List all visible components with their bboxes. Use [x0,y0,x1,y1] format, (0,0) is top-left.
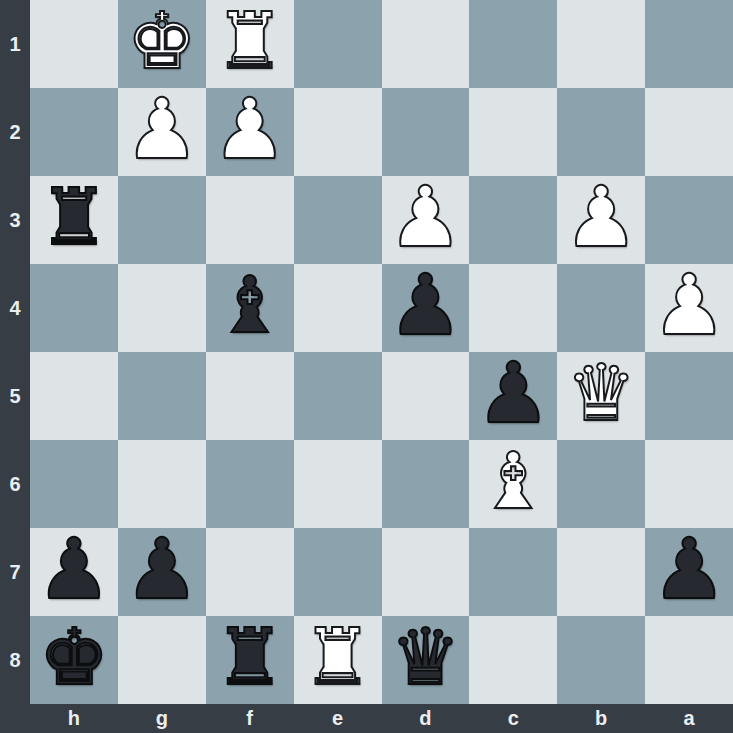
chess-board: ♚♜♟♟♜♟♟♝♟♟♟♛♝♟♟♟♚♜♜♛ [30,0,733,704]
square-e2[interactable] [294,88,382,176]
piece-white-pawn-b3[interactable]: ♟ [564,173,639,261]
square-b4[interactable] [557,264,645,352]
rank-label-1: 1 [0,0,30,88]
file-label-d: d [382,704,470,733]
square-c2[interactable] [469,88,557,176]
square-g3[interactable] [118,176,206,264]
rank-label-5: 5 [0,352,30,440]
square-f5[interactable] [206,352,294,440]
square-f8[interactable]: ♜ [206,616,294,704]
piece-black-queen-d8[interactable]: ♛ [390,613,460,701]
square-d2[interactable] [382,88,470,176]
piece-black-pawn-g7[interactable]: ♟ [124,525,199,613]
piece-black-king-h8[interactable]: ♚ [39,613,109,701]
square-a2[interactable] [645,88,733,176]
square-h8[interactable]: ♚ [30,616,118,704]
file-label-h: h [30,704,118,733]
piece-white-pawn-f2[interactable]: ♟ [212,85,287,173]
square-d8[interactable]: ♛ [382,616,470,704]
piece-white-bishop-c6[interactable]: ♝ [478,437,548,525]
square-a3[interactable] [645,176,733,264]
piece-white-king-g1[interactable]: ♚ [127,0,197,85]
square-c6[interactable]: ♝ [469,440,557,528]
rank-label-2: 2 [0,88,30,176]
square-b2[interactable] [557,88,645,176]
square-f6[interactable] [206,440,294,528]
square-d3[interactable]: ♟ [382,176,470,264]
square-g4[interactable] [118,264,206,352]
square-h4[interactable] [30,264,118,352]
piece-white-rook-e8[interactable]: ♜ [303,613,373,701]
square-h5[interactable] [30,352,118,440]
piece-white-pawn-a4[interactable]: ♟ [651,261,726,349]
piece-black-rook-h3[interactable]: ♜ [39,173,109,261]
square-h2[interactable] [30,88,118,176]
square-h6[interactable] [30,440,118,528]
rank-labels: 12345678 [0,0,30,704]
piece-black-bishop-f4[interactable]: ♝ [215,261,285,349]
square-a8[interactable] [645,616,733,704]
square-b6[interactable] [557,440,645,528]
chess-app: 12345678 ♚♜♟♟♜♟♟♝♟♟♟♛♝♟♟♟♚♜♜♛ hgfedcba [0,0,733,733]
square-g7[interactable]: ♟ [118,528,206,616]
piece-white-pawn-d3[interactable]: ♟ [388,173,463,261]
square-c5[interactable]: ♟ [469,352,557,440]
piece-white-queen-b5[interactable]: ♛ [566,349,636,437]
piece-white-pawn-g2[interactable]: ♟ [124,85,199,173]
rank-label-8: 8 [0,616,30,704]
square-c3[interactable] [469,176,557,264]
rank-label-4: 4 [0,264,30,352]
file-label-c: c [469,704,557,733]
square-f4[interactable]: ♝ [206,264,294,352]
piece-black-pawn-a7[interactable]: ♟ [651,525,726,613]
square-e6[interactable] [294,440,382,528]
file-label-b: b [557,704,645,733]
square-h1[interactable] [30,0,118,88]
square-e3[interactable] [294,176,382,264]
square-c1[interactable] [469,0,557,88]
square-b8[interactable] [557,616,645,704]
piece-white-rook-f1[interactable]: ♜ [215,0,285,85]
file-label-f: f [206,704,294,733]
square-c8[interactable] [469,616,557,704]
file-label-g: g [118,704,206,733]
square-e5[interactable] [294,352,382,440]
piece-black-rook-f8[interactable]: ♜ [215,613,285,701]
square-a6[interactable] [645,440,733,528]
square-c4[interactable] [469,264,557,352]
square-a7[interactable]: ♟ [645,528,733,616]
file-labels: hgfedcba [30,704,733,733]
piece-black-pawn-d4[interactable]: ♟ [388,261,463,349]
square-e1[interactable] [294,0,382,88]
square-a1[interactable] [645,0,733,88]
rank-label-3: 3 [0,176,30,264]
square-a4[interactable]: ♟ [645,264,733,352]
file-label-e: e [294,704,382,733]
square-f7[interactable] [206,528,294,616]
piece-black-pawn-c5[interactable]: ♟ [476,349,551,437]
square-b3[interactable]: ♟ [557,176,645,264]
square-b5[interactable]: ♛ [557,352,645,440]
square-e7[interactable] [294,528,382,616]
square-g6[interactable] [118,440,206,528]
square-e8[interactable]: ♜ [294,616,382,704]
file-label-a: a [645,704,733,733]
square-e4[interactable] [294,264,382,352]
square-g5[interactable] [118,352,206,440]
square-f2[interactable]: ♟ [206,88,294,176]
square-f3[interactable] [206,176,294,264]
square-d5[interactable] [382,352,470,440]
piece-black-pawn-h7[interactable]: ♟ [36,525,111,613]
square-f1[interactable]: ♜ [206,0,294,88]
square-a5[interactable] [645,352,733,440]
square-h7[interactable]: ♟ [30,528,118,616]
square-b1[interactable] [557,0,645,88]
square-g2[interactable]: ♟ [118,88,206,176]
square-b7[interactable] [557,528,645,616]
square-d7[interactable] [382,528,470,616]
square-h3[interactable]: ♜ [30,176,118,264]
square-d4[interactable]: ♟ [382,264,470,352]
rank-label-7: 7 [0,528,30,616]
square-g8[interactable] [118,616,206,704]
square-d6[interactable] [382,440,470,528]
square-d1[interactable] [382,0,470,88]
square-c7[interactable] [469,528,557,616]
square-g1[interactable]: ♚ [118,0,206,88]
rank-label-6: 6 [0,440,30,528]
